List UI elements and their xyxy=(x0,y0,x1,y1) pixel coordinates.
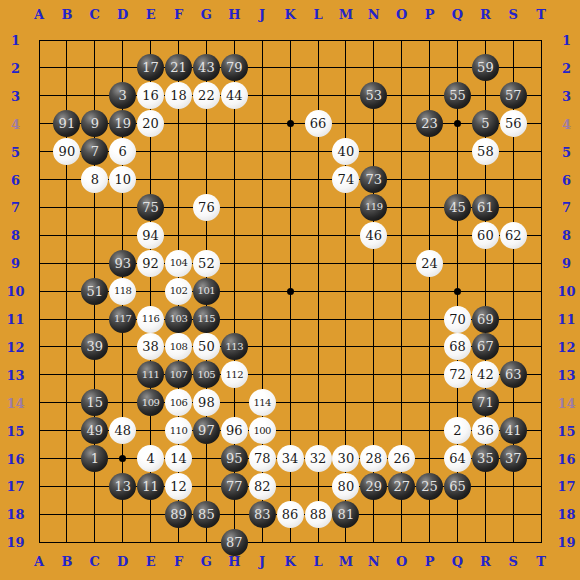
stone-white-E12[interactable]: 38 xyxy=(137,333,164,360)
column-label-top: C xyxy=(83,7,107,21)
column-label-top: L xyxy=(306,7,330,21)
move-number: 105 xyxy=(198,370,216,380)
row-label-right: 6 xyxy=(555,173,579,187)
row-label-left: 9 xyxy=(4,256,28,270)
stone-black-S16[interactable]: 37 xyxy=(500,445,527,472)
move-number: 45 xyxy=(449,201,466,214)
move-number: 17 xyxy=(142,61,159,74)
stone-black-F11[interactable]: 103 xyxy=(165,306,192,333)
column-label-top: A xyxy=(27,7,51,21)
stone-white-J16[interactable]: 78 xyxy=(249,445,276,472)
stone-black-G11[interactable]: 115 xyxy=(193,306,220,333)
column-label-bottom: S xyxy=(501,554,525,568)
stone-black-E14[interactable]: 109 xyxy=(137,389,164,416)
stone-white-D10[interactable]: 118 xyxy=(109,278,136,305)
stone-black-C15[interactable]: 49 xyxy=(81,417,108,444)
column-label-bottom: R xyxy=(473,554,497,568)
stone-white-G7[interactable]: 76 xyxy=(193,194,220,221)
stone-black-J18[interactable]: 83 xyxy=(249,501,276,528)
row-label-right: 15 xyxy=(555,424,579,438)
stone-white-E8[interactable]: 94 xyxy=(137,222,164,249)
star-point-D16 xyxy=(119,455,126,462)
star-point-K4 xyxy=(287,120,294,127)
stone-black-G10[interactable]: 101 xyxy=(193,278,220,305)
row-label-right: 8 xyxy=(555,228,579,242)
column-label-top: P xyxy=(418,7,442,21)
stone-black-G13[interactable]: 105 xyxy=(193,361,220,388)
move-number: 74 xyxy=(338,173,355,186)
stone-black-O17[interactable]: 27 xyxy=(388,473,415,500)
move-number: 6 xyxy=(119,145,127,158)
stone-black-P17[interactable]: 25 xyxy=(416,473,443,500)
stone-white-E4[interactable]: 20 xyxy=(137,110,164,137)
move-number: 78 xyxy=(254,452,271,465)
row-label-left: 5 xyxy=(4,145,28,159)
move-number: 61 xyxy=(477,201,494,214)
move-number: 38 xyxy=(142,340,159,353)
move-number: 64 xyxy=(449,452,466,465)
move-number: 98 xyxy=(198,396,215,409)
stone-white-K16[interactable]: 34 xyxy=(277,445,304,472)
row-label-left: 6 xyxy=(4,173,28,187)
move-number: 48 xyxy=(114,424,131,437)
move-number: 25 xyxy=(421,480,438,493)
stone-white-D6[interactable]: 10 xyxy=(109,166,136,193)
column-label-bottom: A xyxy=(27,554,51,568)
row-label-left: 15 xyxy=(4,424,28,438)
column-label-top: S xyxy=(501,7,525,21)
column-label-bottom: P xyxy=(418,554,442,568)
stone-black-R7[interactable]: 61 xyxy=(472,194,499,221)
move-number: 90 xyxy=(59,145,76,158)
stone-white-N8[interactable]: 46 xyxy=(360,222,387,249)
row-label-left: 4 xyxy=(4,117,28,131)
stone-black-F18[interactable]: 89 xyxy=(165,501,192,528)
row-label-left: 16 xyxy=(4,452,28,466)
move-number: 20 xyxy=(142,117,159,130)
move-number: 80 xyxy=(338,480,355,493)
move-number: 89 xyxy=(170,508,187,521)
stone-black-F13[interactable]: 107 xyxy=(165,361,192,388)
move-number: 70 xyxy=(449,313,466,326)
move-number: 23 xyxy=(421,117,438,130)
move-number: 39 xyxy=(87,340,104,353)
move-number: 44 xyxy=(226,89,243,102)
stone-black-D4[interactable]: 19 xyxy=(109,110,136,137)
go-board-diagram: AABBCCDDEEFFGGHHJJKKLLMMNNOOPPQQRRSSTT11… xyxy=(0,0,580,580)
stone-white-Q15[interactable]: 2 xyxy=(444,417,471,444)
stone-white-J15[interactable]: 100 xyxy=(249,417,276,444)
move-number: 88 xyxy=(310,508,327,521)
move-number: 51 xyxy=(87,285,104,298)
stone-black-D17[interactable]: 13 xyxy=(109,473,136,500)
stone-white-O16[interactable]: 26 xyxy=(388,445,415,472)
stone-black-S3[interactable]: 57 xyxy=(500,82,527,109)
stone-black-D11[interactable]: 117 xyxy=(109,306,136,333)
stone-black-Q7[interactable]: 45 xyxy=(444,194,471,221)
row-label-left: 17 xyxy=(4,479,28,493)
stone-white-Q16[interactable]: 64 xyxy=(444,445,471,472)
stone-white-H3[interactable]: 44 xyxy=(221,82,248,109)
move-number: 110 xyxy=(170,426,188,436)
move-number: 59 xyxy=(477,61,494,74)
stone-white-G14[interactable]: 98 xyxy=(193,389,220,416)
row-label-right: 16 xyxy=(555,452,579,466)
row-label-left: 14 xyxy=(4,396,28,410)
stone-white-E9[interactable]: 92 xyxy=(137,250,164,277)
column-label-top: G xyxy=(194,7,218,21)
stone-black-N6[interactable]: 73 xyxy=(360,166,387,193)
stone-white-S8[interactable]: 62 xyxy=(500,222,527,249)
stone-black-M18[interactable]: 81 xyxy=(332,501,359,528)
row-label-right: 19 xyxy=(555,535,579,549)
move-number: 112 xyxy=(226,370,244,380)
stone-white-F12[interactable]: 108 xyxy=(165,333,192,360)
move-number: 103 xyxy=(170,314,188,324)
move-number: 18 xyxy=(170,89,187,102)
stone-white-F3[interactable]: 18 xyxy=(165,82,192,109)
move-number: 97 xyxy=(198,424,215,437)
stone-white-C6[interactable]: 8 xyxy=(81,166,108,193)
move-number: 16 xyxy=(142,89,159,102)
stone-black-B4[interactable]: 91 xyxy=(53,110,80,137)
stone-black-C4[interactable]: 9 xyxy=(81,110,108,137)
star-point-Q4 xyxy=(454,120,461,127)
stone-black-E17[interactable]: 11 xyxy=(137,473,164,500)
column-label-bottom: T xyxy=(529,554,553,568)
move-number: 113 xyxy=(226,342,244,352)
move-number: 8 xyxy=(91,173,99,186)
move-number: 2 xyxy=(453,424,461,437)
move-number: 100 xyxy=(253,426,271,436)
stone-black-R11[interactable]: 69 xyxy=(472,306,499,333)
column-label-top: H xyxy=(222,7,246,21)
stone-white-F17[interactable]: 12 xyxy=(165,473,192,500)
stone-black-C14[interactable]: 15 xyxy=(81,389,108,416)
move-number: 3 xyxy=(119,89,127,102)
move-number: 77 xyxy=(226,480,243,493)
stone-black-H16[interactable]: 95 xyxy=(221,445,248,472)
move-number: 11 xyxy=(142,480,159,493)
stone-white-K18[interactable]: 86 xyxy=(277,501,304,528)
row-label-right: 17 xyxy=(555,479,579,493)
stone-white-F16[interactable]: 14 xyxy=(165,445,192,472)
row-label-right: 14 xyxy=(555,396,579,410)
column-label-top: K xyxy=(278,7,302,21)
stone-white-L16[interactable]: 32 xyxy=(305,445,332,472)
column-label-top: M xyxy=(334,7,358,21)
stone-black-D3[interactable]: 3 xyxy=(109,82,136,109)
stone-black-R14[interactable]: 71 xyxy=(472,389,499,416)
column-label-bottom: J xyxy=(250,554,274,568)
row-label-left: 2 xyxy=(4,61,28,75)
move-number: 73 xyxy=(366,173,383,186)
move-number: 87 xyxy=(226,536,243,549)
row-label-left: 10 xyxy=(4,284,28,298)
column-label-bottom: M xyxy=(334,554,358,568)
move-number: 40 xyxy=(338,145,355,158)
column-label-bottom: F xyxy=(167,554,191,568)
move-number: 53 xyxy=(366,89,383,102)
column-label-bottom: C xyxy=(83,554,107,568)
column-label-bottom: G xyxy=(194,554,218,568)
stone-white-F15[interactable]: 110 xyxy=(165,417,192,444)
row-label-right: 12 xyxy=(555,340,579,354)
row-label-right: 2 xyxy=(555,61,579,75)
stone-white-M16[interactable]: 30 xyxy=(332,445,359,472)
stone-white-G9[interactable]: 52 xyxy=(193,250,220,277)
stone-black-N3[interactable]: 53 xyxy=(360,82,387,109)
move-number: 71 xyxy=(477,396,494,409)
stone-black-S15[interactable]: 41 xyxy=(500,417,527,444)
move-number: 101 xyxy=(198,286,216,296)
move-number: 42 xyxy=(477,368,494,381)
move-number: 67 xyxy=(477,340,494,353)
move-number: 69 xyxy=(477,313,494,326)
grid-line-horizontal xyxy=(39,542,542,543)
move-number: 95 xyxy=(226,452,243,465)
stone-black-G15[interactable]: 97 xyxy=(193,417,220,444)
stone-black-N17[interactable]: 29 xyxy=(360,473,387,500)
row-label-left: 3 xyxy=(4,89,28,103)
move-number: 55 xyxy=(449,89,466,102)
star-point-K10 xyxy=(287,288,294,295)
stone-white-M5[interactable]: 40 xyxy=(332,138,359,165)
move-number: 119 xyxy=(365,202,383,212)
stone-white-F9[interactable]: 104 xyxy=(165,250,192,277)
row-label-right: 1 xyxy=(555,33,579,47)
row-label-right: 13 xyxy=(555,368,579,382)
stone-black-C12[interactable]: 39 xyxy=(81,333,108,360)
move-number: 56 xyxy=(505,117,522,130)
row-label-left: 12 xyxy=(4,340,28,354)
row-label-left: 13 xyxy=(4,368,28,382)
row-label-right: 5 xyxy=(555,145,579,159)
stone-black-E2[interactable]: 17 xyxy=(137,54,164,81)
stone-white-R8[interactable]: 60 xyxy=(472,222,499,249)
row-label-left: 7 xyxy=(4,200,28,214)
stone-black-Q17[interactable]: 65 xyxy=(444,473,471,500)
stone-white-D15[interactable]: 48 xyxy=(109,417,136,444)
move-number: 104 xyxy=(170,258,188,268)
move-number: 43 xyxy=(198,61,215,74)
stone-white-F14[interactable]: 106 xyxy=(165,389,192,416)
stone-black-C5[interactable]: 7 xyxy=(81,138,108,165)
row-label-right: 3 xyxy=(555,89,579,103)
move-number: 13 xyxy=(114,480,131,493)
stone-white-N16[interactable]: 28 xyxy=(360,445,387,472)
stone-white-P9[interactable]: 24 xyxy=(416,250,443,277)
stone-white-G3[interactable]: 22 xyxy=(193,82,220,109)
row-label-left: 1 xyxy=(4,33,28,47)
row-label-right: 18 xyxy=(555,507,579,521)
stone-white-G12[interactable]: 50 xyxy=(193,333,220,360)
star-point-Q10 xyxy=(454,288,461,295)
move-number: 91 xyxy=(59,117,76,130)
move-number: 94 xyxy=(142,229,159,242)
column-label-top: Q xyxy=(446,7,470,21)
column-label-bottom: B xyxy=(55,554,79,568)
move-number: 85 xyxy=(198,508,215,521)
move-number: 15 xyxy=(87,396,104,409)
column-label-top: T xyxy=(529,7,553,21)
row-label-right: 11 xyxy=(555,312,579,326)
move-number: 92 xyxy=(142,257,159,270)
move-number: 50 xyxy=(198,340,215,353)
move-number: 46 xyxy=(366,229,383,242)
stone-black-R12[interactable]: 67 xyxy=(472,333,499,360)
move-number: 72 xyxy=(449,368,466,381)
move-number: 58 xyxy=(477,145,494,158)
move-number: 106 xyxy=(170,398,188,408)
stone-white-Q13[interactable]: 72 xyxy=(444,361,471,388)
stone-black-E7[interactable]: 75 xyxy=(137,194,164,221)
row-label-right: 10 xyxy=(555,284,579,298)
stone-white-R5[interactable]: 58 xyxy=(472,138,499,165)
column-label-bottom: E xyxy=(139,554,163,568)
move-number: 49 xyxy=(87,424,104,437)
move-number: 4 xyxy=(146,452,154,465)
stone-black-S13[interactable]: 63 xyxy=(500,361,527,388)
move-number: 34 xyxy=(282,452,299,465)
move-number: 76 xyxy=(198,201,215,214)
move-number: 37 xyxy=(505,452,522,465)
stone-black-R4[interactable]: 5 xyxy=(472,110,499,137)
move-number: 111 xyxy=(142,370,160,380)
column-label-top: E xyxy=(139,7,163,21)
move-number: 93 xyxy=(114,257,131,270)
stone-white-H13[interactable]: 112 xyxy=(221,361,248,388)
stone-white-E3[interactable]: 16 xyxy=(137,82,164,109)
move-number: 32 xyxy=(310,452,327,465)
move-number: 116 xyxy=(142,314,160,324)
move-number: 36 xyxy=(477,424,494,437)
column-label-top: B xyxy=(55,7,79,21)
row-label-left: 19 xyxy=(4,535,28,549)
stone-black-C16[interactable]: 1 xyxy=(81,445,108,472)
row-label-right: 7 xyxy=(555,200,579,214)
stone-black-H12[interactable]: 113 xyxy=(221,333,248,360)
move-number: 109 xyxy=(142,398,160,408)
column-label-bottom: D xyxy=(111,554,135,568)
move-number: 41 xyxy=(505,424,522,437)
stone-black-H2[interactable]: 79 xyxy=(221,54,248,81)
row-label-left: 18 xyxy=(4,507,28,521)
stone-black-E13[interactable]: 111 xyxy=(137,361,164,388)
stone-white-J14[interactable]: 114 xyxy=(249,389,276,416)
stone-white-L18[interactable]: 88 xyxy=(305,501,332,528)
stone-white-D5[interactable]: 6 xyxy=(109,138,136,165)
stone-black-P4[interactable]: 23 xyxy=(416,110,443,137)
move-number: 22 xyxy=(198,89,215,102)
move-number: 102 xyxy=(170,286,188,296)
stone-black-G18[interactable]: 85 xyxy=(193,501,220,528)
column-label-top: N xyxy=(362,7,386,21)
move-number: 52 xyxy=(198,257,215,270)
move-number: 10 xyxy=(114,173,131,186)
stone-white-M17[interactable]: 80 xyxy=(332,473,359,500)
move-number: 82 xyxy=(254,480,271,493)
column-label-top: J xyxy=(250,7,274,21)
stone-white-S4[interactable]: 56 xyxy=(500,110,527,137)
stone-white-F10[interactable]: 102 xyxy=(165,278,192,305)
move-number: 27 xyxy=(393,480,410,493)
move-number: 66 xyxy=(310,117,327,130)
move-number: 117 xyxy=(114,314,132,324)
stone-white-R13[interactable]: 42 xyxy=(472,361,499,388)
move-number: 1 xyxy=(91,452,99,465)
move-number: 30 xyxy=(338,452,355,465)
move-number: 75 xyxy=(142,201,159,214)
move-number: 19 xyxy=(114,117,131,130)
move-number: 29 xyxy=(366,480,383,493)
column-label-bottom: H xyxy=(222,554,246,568)
grid-line-vertical xyxy=(541,40,542,543)
stone-white-J17[interactable]: 82 xyxy=(249,473,276,500)
move-number: 96 xyxy=(226,424,243,437)
stone-white-H15[interactable]: 96 xyxy=(221,417,248,444)
stone-white-L4[interactable]: 66 xyxy=(305,110,332,137)
column-label-top: F xyxy=(167,7,191,21)
move-number: 114 xyxy=(253,398,271,408)
stone-black-H17[interactable]: 77 xyxy=(221,473,248,500)
move-number: 12 xyxy=(170,480,187,493)
move-number: 68 xyxy=(449,340,466,353)
column-label-bottom: K xyxy=(278,554,302,568)
column-label-top: O xyxy=(390,7,414,21)
stone-black-R16[interactable]: 35 xyxy=(472,445,499,472)
stone-white-Q11[interactable]: 70 xyxy=(444,306,471,333)
row-label-left: 11 xyxy=(4,312,28,326)
move-number: 118 xyxy=(114,286,132,296)
row-label-right: 4 xyxy=(555,117,579,131)
move-number: 60 xyxy=(477,229,494,242)
move-number: 28 xyxy=(366,452,383,465)
stone-black-N7[interactable]: 119 xyxy=(360,194,387,221)
go-board[interactable]: AABBCCDDEEFFGGHHJJKKLLMMNNOOPPQQRRSSTT11… xyxy=(0,0,580,580)
move-number: 86 xyxy=(282,508,299,521)
stone-black-Q3[interactable]: 55 xyxy=(444,82,471,109)
move-number: 81 xyxy=(338,508,355,521)
column-label-bottom: L xyxy=(306,554,330,568)
stone-white-M6[interactable]: 74 xyxy=(332,166,359,193)
stone-black-F2[interactable]: 21 xyxy=(165,54,192,81)
stone-black-C10[interactable]: 51 xyxy=(81,278,108,305)
stone-black-D9[interactable]: 93 xyxy=(109,250,136,277)
stone-black-G2[interactable]: 43 xyxy=(193,54,220,81)
move-number: 26 xyxy=(393,452,410,465)
move-number: 62 xyxy=(505,229,522,242)
stone-white-Q12[interactable]: 68 xyxy=(444,333,471,360)
move-number: 57 xyxy=(505,89,522,102)
move-number: 108 xyxy=(170,342,188,352)
column-label-top: D xyxy=(111,7,135,21)
stone-black-R2[interactable]: 59 xyxy=(472,54,499,81)
stone-black-H19[interactable]: 87 xyxy=(221,529,248,556)
move-number: 79 xyxy=(226,61,243,74)
column-label-top: R xyxy=(473,7,497,21)
move-number: 83 xyxy=(254,508,271,521)
stone-white-E16[interactable]: 4 xyxy=(137,445,164,472)
move-number: 63 xyxy=(505,368,522,381)
move-number: 5 xyxy=(481,117,489,130)
column-label-bottom: O xyxy=(390,554,414,568)
stone-white-R15[interactable]: 36 xyxy=(472,417,499,444)
row-label-left: 8 xyxy=(4,228,28,242)
stone-white-B5[interactable]: 90 xyxy=(53,138,80,165)
stone-white-E11[interactable]: 116 xyxy=(137,306,164,333)
move-number: 115 xyxy=(198,314,216,324)
